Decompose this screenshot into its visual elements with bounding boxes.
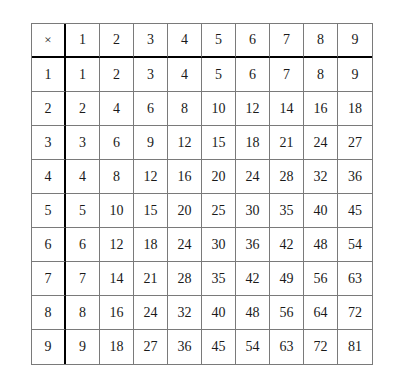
product-cell-r8c4: 32 xyxy=(168,296,202,330)
product-cell-r7c1: 7 xyxy=(66,262,100,296)
product-cell-r6c9: 54 xyxy=(338,228,372,262)
product-cell-r5c7: 35 xyxy=(270,194,304,228)
product-cell-r5c3: 15 xyxy=(134,194,168,228)
product-cell-r8c5: 40 xyxy=(202,296,236,330)
product-cell-r4c4: 16 xyxy=(168,160,202,194)
product-cell-r2c5: 10 xyxy=(202,92,236,126)
col-header-5: 5 xyxy=(202,24,236,58)
row-header-1: 1 xyxy=(32,58,66,92)
product-cell-r5c2: 10 xyxy=(100,194,134,228)
product-cell-r5c6: 30 xyxy=(236,194,270,228)
product-cell-r4c1: 4 xyxy=(66,160,100,194)
col-header-3: 3 xyxy=(134,24,168,58)
product-cell-r2c9: 18 xyxy=(338,92,372,126)
corner-cell: × xyxy=(32,24,66,58)
product-cell-r7c3: 21 xyxy=(134,262,168,296)
product-cell-r7c5: 35 xyxy=(202,262,236,296)
row-header-4: 4 xyxy=(32,160,66,194)
product-cell-r3c8: 24 xyxy=(304,126,338,160)
product-cell-r9c3: 27 xyxy=(134,330,168,364)
product-cell-r8c1: 8 xyxy=(66,296,100,330)
row-header-9: 9 xyxy=(32,330,66,364)
product-cell-r8c2: 16 xyxy=(100,296,134,330)
col-header-9: 9 xyxy=(338,24,372,58)
product-cell-r5c9: 45 xyxy=(338,194,372,228)
product-cell-r1c5: 5 xyxy=(202,58,236,92)
product-cell-r1c7: 7 xyxy=(270,58,304,92)
product-cell-r2c7: 14 xyxy=(270,92,304,126)
product-cell-r1c9: 9 xyxy=(338,58,372,92)
row-header-8: 8 xyxy=(32,296,66,330)
product-cell-r4c8: 32 xyxy=(304,160,338,194)
product-cell-r9c7: 63 xyxy=(270,330,304,364)
product-cell-r6c3: 18 xyxy=(134,228,168,262)
product-cell-r9c5: 45 xyxy=(202,330,236,364)
multiplication-table: ×123456789112345678922468101214161833691… xyxy=(31,23,373,365)
row-header-3: 3 xyxy=(32,126,66,160)
product-cell-r3c5: 15 xyxy=(202,126,236,160)
product-cell-r2c2: 4 xyxy=(100,92,134,126)
product-cell-r6c2: 12 xyxy=(100,228,134,262)
product-cell-r1c4: 4 xyxy=(168,58,202,92)
product-cell-r8c9: 72 xyxy=(338,296,372,330)
col-header-7: 7 xyxy=(270,24,304,58)
product-cell-r1c3: 3 xyxy=(134,58,168,92)
product-cell-r4c9: 36 xyxy=(338,160,372,194)
product-cell-r4c5: 20 xyxy=(202,160,236,194)
product-cell-r5c8: 40 xyxy=(304,194,338,228)
product-cell-r5c5: 25 xyxy=(202,194,236,228)
product-cell-r3c9: 27 xyxy=(338,126,372,160)
col-header-8: 8 xyxy=(304,24,338,58)
product-cell-r6c1: 6 xyxy=(66,228,100,262)
product-cell-r8c6: 48 xyxy=(236,296,270,330)
product-cell-r9c4: 36 xyxy=(168,330,202,364)
product-cell-r3c7: 21 xyxy=(270,126,304,160)
product-cell-r4c2: 8 xyxy=(100,160,134,194)
product-cell-r8c3: 24 xyxy=(134,296,168,330)
col-header-4: 4 xyxy=(168,24,202,58)
product-cell-r8c8: 64 xyxy=(304,296,338,330)
product-cell-r6c6: 36 xyxy=(236,228,270,262)
col-header-2: 2 xyxy=(100,24,134,58)
product-cell-r2c1: 2 xyxy=(66,92,100,126)
product-cell-r7c9: 63 xyxy=(338,262,372,296)
product-cell-r2c8: 16 xyxy=(304,92,338,126)
product-cell-r9c9: 81 xyxy=(338,330,372,364)
product-cell-r3c2: 6 xyxy=(100,126,134,160)
product-cell-r3c6: 18 xyxy=(236,126,270,160)
row-header-6: 6 xyxy=(32,228,66,262)
product-cell-r9c2: 18 xyxy=(100,330,134,364)
product-cell-r5c4: 20 xyxy=(168,194,202,228)
product-cell-r6c4: 24 xyxy=(168,228,202,262)
product-cell-r9c6: 54 xyxy=(236,330,270,364)
product-cell-r3c1: 3 xyxy=(66,126,100,160)
product-cell-r5c1: 5 xyxy=(66,194,100,228)
product-cell-r1c8: 8 xyxy=(304,58,338,92)
product-cell-r8c7: 56 xyxy=(270,296,304,330)
product-cell-r6c8: 48 xyxy=(304,228,338,262)
product-cell-r7c2: 14 xyxy=(100,262,134,296)
row-header-2: 2 xyxy=(32,92,66,126)
row-header-7: 7 xyxy=(32,262,66,296)
product-cell-r2c4: 8 xyxy=(168,92,202,126)
product-cell-r2c3: 6 xyxy=(134,92,168,126)
product-cell-r4c3: 12 xyxy=(134,160,168,194)
row-header-5: 5 xyxy=(32,194,66,228)
product-cell-r7c7: 49 xyxy=(270,262,304,296)
product-cell-r9c1: 9 xyxy=(66,330,100,364)
product-cell-r1c6: 6 xyxy=(236,58,270,92)
product-cell-r4c6: 24 xyxy=(236,160,270,194)
col-header-1: 1 xyxy=(66,24,100,58)
product-cell-r9c8: 72 xyxy=(304,330,338,364)
product-cell-r2c6: 12 xyxy=(236,92,270,126)
product-cell-r1c2: 2 xyxy=(100,58,134,92)
product-cell-r7c8: 56 xyxy=(304,262,338,296)
product-cell-r3c4: 12 xyxy=(168,126,202,160)
product-cell-r1c1: 1 xyxy=(66,58,100,92)
product-cell-r4c7: 28 xyxy=(270,160,304,194)
product-cell-r7c4: 28 xyxy=(168,262,202,296)
product-cell-r6c5: 30 xyxy=(202,228,236,262)
col-header-6: 6 xyxy=(236,24,270,58)
product-cell-r3c3: 9 xyxy=(134,126,168,160)
product-cell-r6c7: 42 xyxy=(270,228,304,262)
product-cell-r7c6: 42 xyxy=(236,262,270,296)
